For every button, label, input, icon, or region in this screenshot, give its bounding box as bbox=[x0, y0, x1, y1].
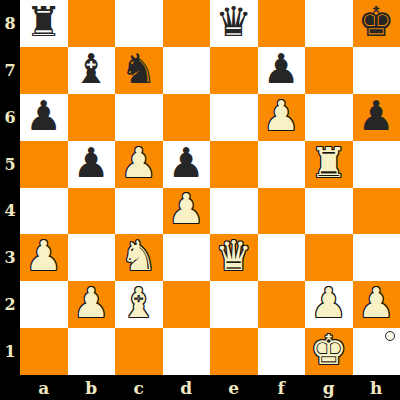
rank-label-4: 4 bbox=[0, 188, 20, 235]
white-to-move-indicator-icon bbox=[385, 331, 395, 341]
piece-white-rook-g5[interactable]: ♜ bbox=[310, 143, 347, 184]
square-g3[interactable] bbox=[305, 234, 353, 281]
square-c7[interactable]: ♞ bbox=[115, 47, 163, 94]
piece-black-rook-a8[interactable]: ♜ bbox=[25, 2, 62, 43]
square-f4[interactable] bbox=[258, 188, 306, 235]
square-g1[interactable]: ♚ bbox=[305, 328, 353, 375]
square-h3[interactable] bbox=[353, 234, 400, 281]
square-g8[interactable] bbox=[305, 0, 353, 47]
piece-white-pawn-d4[interactable]: ♟ bbox=[168, 189, 205, 230]
rank-label-8: 8 bbox=[0, 0, 20, 47]
piece-white-pawn-h2[interactable]: ♟ bbox=[358, 283, 395, 324]
piece-black-pawn-a6[interactable]: ♟ bbox=[25, 96, 62, 137]
square-c8[interactable] bbox=[115, 0, 163, 47]
square-d3[interactable] bbox=[163, 234, 211, 281]
rank-label-3: 3 bbox=[0, 234, 20, 281]
square-c5[interactable]: ♟ bbox=[115, 141, 163, 188]
file-label-d: d bbox=[163, 375, 211, 400]
square-f1[interactable] bbox=[258, 328, 306, 375]
file-label-a: a bbox=[20, 375, 68, 400]
file-label-g: g bbox=[305, 375, 353, 400]
square-e7[interactable] bbox=[210, 47, 258, 94]
square-f7[interactable]: ♟ bbox=[258, 47, 306, 94]
chess-board: ♜♛♚♝♞♟♟♟♟♟♟♟♜♟♟♞♛♟♝♟♟♚ bbox=[20, 0, 400, 375]
square-b3[interactable] bbox=[68, 234, 116, 281]
square-d2[interactable] bbox=[163, 281, 211, 328]
square-d7[interactable] bbox=[163, 47, 211, 94]
square-f3[interactable] bbox=[258, 234, 306, 281]
rank-label-2: 2 bbox=[0, 281, 20, 328]
square-g2[interactable]: ♟ bbox=[305, 281, 353, 328]
square-f8[interactable] bbox=[258, 0, 306, 47]
square-c3[interactable]: ♞ bbox=[115, 234, 163, 281]
square-g5[interactable]: ♜ bbox=[305, 141, 353, 188]
file-label-e: e bbox=[210, 375, 258, 400]
square-e3[interactable]: ♛ bbox=[210, 234, 258, 281]
square-a2[interactable] bbox=[20, 281, 68, 328]
file-label-b: b bbox=[68, 375, 116, 400]
square-e4[interactable] bbox=[210, 188, 258, 235]
piece-white-bishop-c2[interactable]: ♝ bbox=[120, 283, 157, 324]
square-e8[interactable]: ♛ bbox=[210, 0, 258, 47]
square-g4[interactable] bbox=[305, 188, 353, 235]
piece-white-pawn-b2[interactable]: ♟ bbox=[73, 283, 110, 324]
square-a1[interactable] bbox=[20, 328, 68, 375]
square-g7[interactable] bbox=[305, 47, 353, 94]
square-b8[interactable] bbox=[68, 0, 116, 47]
piece-black-pawn-d5[interactable]: ♟ bbox=[168, 143, 205, 184]
square-b2[interactable]: ♟ bbox=[68, 281, 116, 328]
piece-black-pawn-f7[interactable]: ♟ bbox=[263, 49, 300, 90]
piece-black-queen-e8[interactable]: ♛ bbox=[215, 2, 252, 43]
rank-label-6: 6 bbox=[0, 94, 20, 141]
file-label-h: h bbox=[353, 375, 400, 400]
square-g6[interactable] bbox=[305, 94, 353, 141]
square-a3[interactable]: ♟ bbox=[20, 234, 68, 281]
square-e6[interactable] bbox=[210, 94, 258, 141]
square-d8[interactable] bbox=[163, 0, 211, 47]
piece-white-pawn-f6[interactable]: ♟ bbox=[263, 96, 300, 137]
square-e2[interactable] bbox=[210, 281, 258, 328]
rank-label-1: 1 bbox=[0, 328, 20, 375]
square-a7[interactable] bbox=[20, 47, 68, 94]
square-a6[interactable]: ♟ bbox=[20, 94, 68, 141]
rank-label-7: 7 bbox=[0, 47, 20, 94]
square-b1[interactable] bbox=[68, 328, 116, 375]
square-a5[interactable] bbox=[20, 141, 68, 188]
square-f5[interactable] bbox=[258, 141, 306, 188]
square-a4[interactable] bbox=[20, 188, 68, 235]
square-e1[interactable] bbox=[210, 328, 258, 375]
square-c6[interactable] bbox=[115, 94, 163, 141]
square-a8[interactable]: ♜ bbox=[20, 0, 68, 47]
square-c4[interactable] bbox=[115, 188, 163, 235]
square-b6[interactable] bbox=[68, 94, 116, 141]
square-d6[interactable] bbox=[163, 94, 211, 141]
piece-white-queen-e3[interactable]: ♛ bbox=[215, 236, 252, 277]
square-b5[interactable]: ♟ bbox=[68, 141, 116, 188]
piece-black-king-h8[interactable]: ♚ bbox=[358, 2, 395, 43]
square-d5[interactable]: ♟ bbox=[163, 141, 211, 188]
square-b4[interactable] bbox=[68, 188, 116, 235]
square-f6[interactable]: ♟ bbox=[258, 94, 306, 141]
file-label-c: c bbox=[115, 375, 163, 400]
square-d1[interactable] bbox=[163, 328, 211, 375]
square-h7[interactable] bbox=[353, 47, 400, 94]
file-label-f: f bbox=[258, 375, 306, 400]
square-c2[interactable]: ♝ bbox=[115, 281, 163, 328]
square-c1[interactable] bbox=[115, 328, 163, 375]
square-h8[interactable]: ♚ bbox=[353, 0, 400, 47]
square-h4[interactable] bbox=[353, 188, 400, 235]
piece-black-pawn-b5[interactable]: ♟ bbox=[73, 143, 110, 184]
piece-white-knight-c3[interactable]: ♞ bbox=[120, 236, 157, 277]
rank-label-5: 5 bbox=[0, 141, 20, 188]
square-h5[interactable] bbox=[353, 141, 400, 188]
piece-white-pawn-a3[interactable]: ♟ bbox=[25, 236, 62, 277]
piece-white-king-g1[interactable]: ♚ bbox=[310, 330, 347, 371]
square-f2[interactable] bbox=[258, 281, 306, 328]
square-d4[interactable]: ♟ bbox=[163, 188, 211, 235]
piece-black-knight-c7[interactable]: ♞ bbox=[120, 49, 157, 90]
square-h2[interactable]: ♟ bbox=[353, 281, 400, 328]
piece-black-pawn-h6[interactable]: ♟ bbox=[358, 96, 395, 137]
piece-white-pawn-g2[interactable]: ♟ bbox=[310, 283, 347, 324]
square-e5[interactable] bbox=[210, 141, 258, 188]
square-h6[interactable]: ♟ bbox=[353, 94, 400, 141]
piece-white-pawn-c5[interactable]: ♟ bbox=[120, 143, 157, 184]
square-b7[interactable]: ♝ bbox=[68, 47, 116, 94]
chess-diagram: ♜♛♚♝♞♟♟♟♟♟♟♟♜♟♟♞♛♟♝♟♟♚ 87654321 abcdefgh bbox=[0, 0, 400, 400]
piece-black-bishop-b7[interactable]: ♝ bbox=[73, 49, 110, 90]
